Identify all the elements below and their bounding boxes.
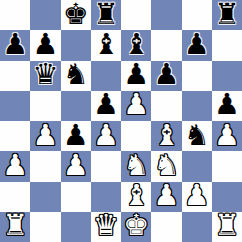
- white-bishop-piece[interactable]: ♝: [153, 121, 179, 150]
- square-c2[interactable]: [61, 182, 91, 212]
- square-g4[interactable]: ♞: [182, 121, 212, 151]
- square-a1[interactable]: ♜: [0, 212, 30, 242]
- white-knight-piece[interactable]: ♞: [123, 151, 149, 180]
- square-h7[interactable]: [212, 30, 242, 60]
- square-h5[interactable]: ♟: [212, 91, 242, 121]
- square-g5[interactable]: [182, 91, 212, 121]
- square-d2[interactable]: [91, 182, 121, 212]
- white-pawn-piece[interactable]: ♟: [153, 182, 179, 211]
- square-g6[interactable]: [182, 61, 212, 91]
- square-h4[interactable]: ♟: [212, 121, 242, 151]
- black-pawn-piece[interactable]: ♟: [123, 61, 149, 90]
- square-d5[interactable]: ♟: [91, 91, 121, 121]
- square-c3[interactable]: ♟: [61, 151, 91, 181]
- black-rook-piece[interactable]: ♜: [214, 0, 240, 29]
- black-pawn-piece[interactable]: ♟: [184, 30, 210, 59]
- square-e5[interactable]: ♟: [121, 91, 151, 121]
- black-pawn-piece[interactable]: ♟: [93, 91, 119, 120]
- square-f8[interactable]: [151, 0, 181, 30]
- square-d4[interactable]: ♟: [91, 121, 121, 151]
- square-f4[interactable]: ♝: [151, 121, 181, 151]
- square-e1[interactable]: ♚: [121, 212, 151, 242]
- square-g7[interactable]: ♟: [182, 30, 212, 60]
- square-e7[interactable]: ♝: [121, 30, 151, 60]
- square-a6[interactable]: [0, 61, 30, 91]
- square-d3[interactable]: [91, 151, 121, 181]
- square-e3[interactable]: ♞: [121, 151, 151, 181]
- white-pawn-piece[interactable]: ♟: [184, 182, 210, 211]
- square-d7[interactable]: ♝: [91, 30, 121, 60]
- white-pawn-piece[interactable]: ♟: [214, 121, 240, 150]
- white-rook-piece[interactable]: ♜: [214, 212, 240, 241]
- white-rook-piece[interactable]: ♜: [2, 212, 28, 241]
- square-h8[interactable]: ♜: [212, 0, 242, 30]
- square-b6[interactable]: ♛: [30, 61, 60, 91]
- square-b7[interactable]: ♟: [30, 30, 60, 60]
- black-rook-piece[interactable]: ♜: [93, 0, 119, 29]
- square-a7[interactable]: ♟: [0, 30, 30, 60]
- white-pawn-piece[interactable]: ♟: [93, 121, 119, 150]
- square-h1[interactable]: ♜: [212, 212, 242, 242]
- square-c6[interactable]: ♞: [61, 61, 91, 91]
- square-g2[interactable]: ♟: [182, 182, 212, 212]
- black-knight-piece[interactable]: ♞: [184, 121, 210, 150]
- black-pawn-piece[interactable]: ♟: [2, 30, 28, 59]
- square-f1[interactable]: [151, 212, 181, 242]
- square-f2[interactable]: ♟: [151, 182, 181, 212]
- square-f6[interactable]: ♟: [151, 61, 181, 91]
- square-d1[interactable]: ♛: [91, 212, 121, 242]
- white-pawn-piece[interactable]: ♟: [63, 151, 89, 180]
- black-knight-piece[interactable]: ♞: [63, 61, 89, 90]
- square-h6[interactable]: [212, 61, 242, 91]
- white-bishop-piece[interactable]: ♝: [123, 182, 149, 211]
- black-bishop-piece[interactable]: ♝: [123, 30, 149, 59]
- chess-board: ♚♜♜♟♟♝♝♟♛♞♟♟♟♟♟♟♟♟♝♞♟♟♟♞♞♝♟♟♜♛♚♜: [0, 0, 242, 242]
- square-a8[interactable]: [0, 0, 30, 30]
- square-a2[interactable]: [0, 182, 30, 212]
- square-d8[interactable]: ♜: [91, 0, 121, 30]
- black-bishop-piece[interactable]: ♝: [93, 30, 119, 59]
- square-b1[interactable]: [30, 212, 60, 242]
- square-b5[interactable]: [30, 91, 60, 121]
- square-c4[interactable]: ♟: [61, 121, 91, 151]
- black-pawn-piece[interactable]: ♟: [32, 30, 58, 59]
- black-pawn-piece[interactable]: ♟: [63, 121, 89, 150]
- black-pawn-piece[interactable]: ♟: [153, 61, 179, 90]
- black-queen-piece[interactable]: ♛: [32, 61, 58, 90]
- square-g1[interactable]: [182, 212, 212, 242]
- square-c7[interactable]: [61, 30, 91, 60]
- square-h3[interactable]: [212, 151, 242, 181]
- square-g3[interactable]: [182, 151, 212, 181]
- square-c5[interactable]: [61, 91, 91, 121]
- square-b3[interactable]: [30, 151, 60, 181]
- square-a4[interactable]: [0, 121, 30, 151]
- square-e4[interactable]: [121, 121, 151, 151]
- white-pawn-piece[interactable]: ♟: [2, 151, 28, 180]
- square-h2[interactable]: [212, 182, 242, 212]
- white-pawn-piece[interactable]: ♟: [123, 91, 149, 120]
- white-queen-piece[interactable]: ♛: [93, 212, 119, 241]
- square-f3[interactable]: ♞: [151, 151, 181, 181]
- square-c1[interactable]: [61, 212, 91, 242]
- square-b4[interactable]: ♟: [30, 121, 60, 151]
- black-pawn-piece[interactable]: ♟: [214, 91, 240, 120]
- square-e2[interactable]: ♝: [121, 182, 151, 212]
- square-g8[interactable]: [182, 0, 212, 30]
- square-f5[interactable]: [151, 91, 181, 121]
- square-c8[interactable]: ♚: [61, 0, 91, 30]
- black-king-piece[interactable]: ♚: [63, 0, 89, 29]
- square-e8[interactable]: [121, 0, 151, 30]
- square-d6[interactable]: [91, 61, 121, 91]
- square-b8[interactable]: [30, 0, 60, 30]
- square-b2[interactable]: [30, 182, 60, 212]
- white-king-piece[interactable]: ♚: [123, 212, 149, 241]
- square-a5[interactable]: [0, 91, 30, 121]
- square-f7[interactable]: [151, 30, 181, 60]
- square-e6[interactable]: ♟: [121, 61, 151, 91]
- square-a3[interactable]: ♟: [0, 151, 30, 181]
- white-knight-piece[interactable]: ♞: [153, 151, 179, 180]
- white-pawn-piece[interactable]: ♟: [32, 121, 58, 150]
